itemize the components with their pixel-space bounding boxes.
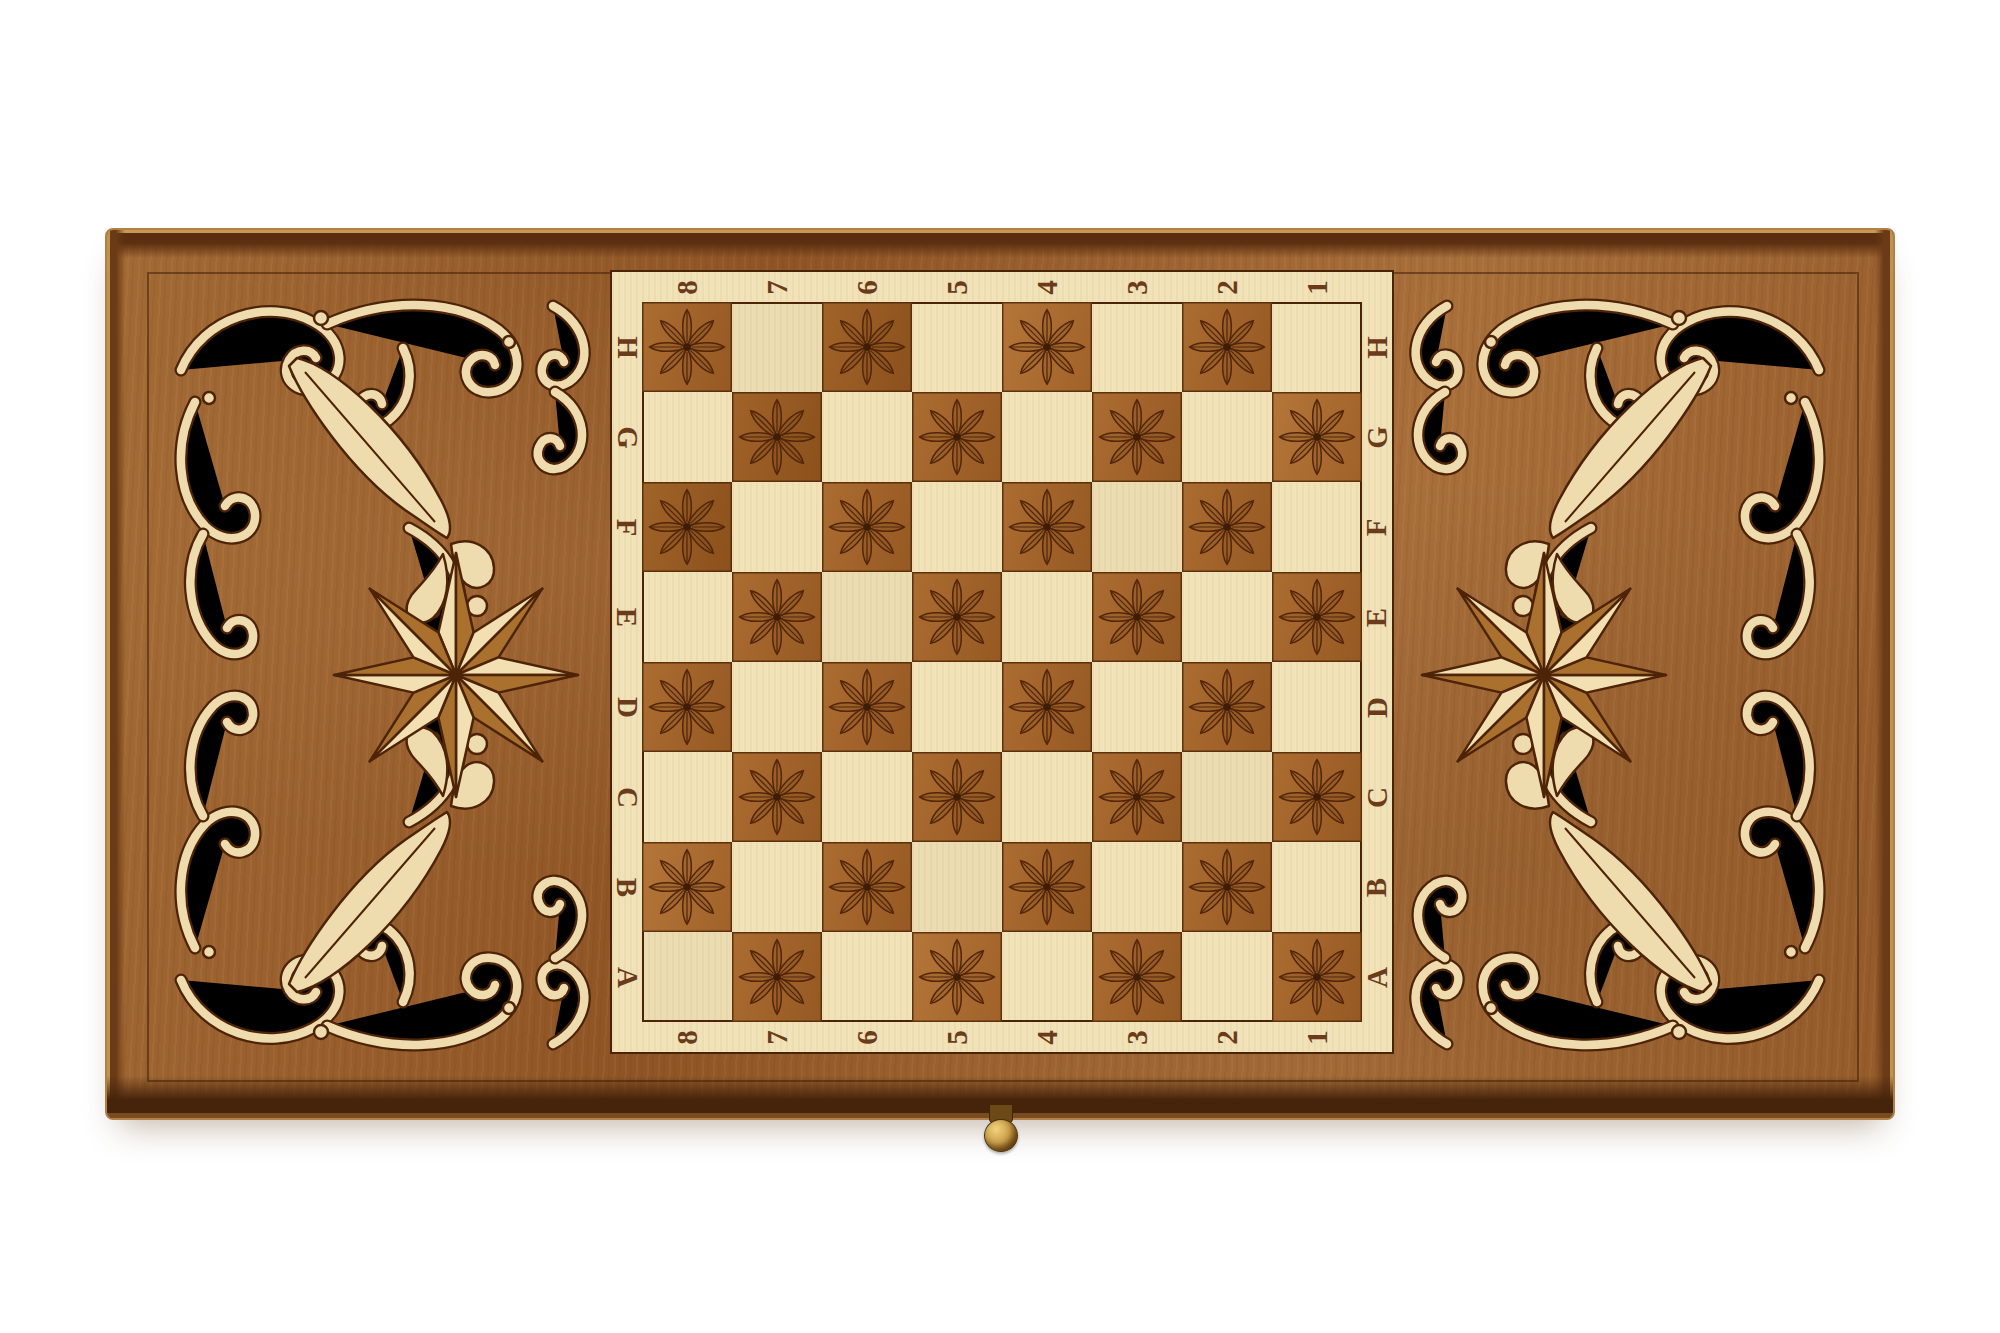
board-square[interactable] (1092, 842, 1182, 932)
board-square[interactable] (822, 572, 912, 662)
rosette-icon (1004, 844, 1090, 930)
coordinate-label: 5 (943, 1030, 972, 1045)
rosette-icon (1094, 394, 1180, 480)
rosette-icon (914, 394, 1000, 480)
board-square[interactable] (1002, 752, 1092, 842)
coordinate-label: 1 (1303, 280, 1332, 295)
board-square[interactable] (642, 392, 732, 482)
board-square[interactable] (1272, 842, 1362, 932)
rosette-icon (734, 574, 820, 660)
chess-board: 87654321 87654321 HGFEDCBA HGFEDCBA (610, 270, 1394, 1054)
board-square[interactable] (912, 662, 1002, 752)
board-square[interactable] (822, 662, 912, 752)
board-square[interactable] (732, 392, 822, 482)
coordinate-label: F (1363, 518, 1392, 536)
coordinate-label: H (613, 336, 642, 359)
board-square[interactable] (912, 752, 1002, 842)
rosette-icon (1274, 934, 1360, 1020)
board-square[interactable] (1272, 482, 1362, 572)
board-square[interactable] (1182, 302, 1272, 392)
rosette-icon (644, 844, 730, 930)
board-square[interactable] (642, 302, 732, 392)
left-letter-labels: HGFEDCBA (612, 302, 642, 1022)
coordinate-label: A (1362, 967, 1391, 988)
rosette-icon (1094, 574, 1180, 660)
board-square[interactable] (1092, 752, 1182, 842)
board-square[interactable] (1272, 392, 1362, 482)
board-square[interactable] (1092, 572, 1182, 662)
rosette-icon (1184, 664, 1270, 750)
board-square[interactable] (1272, 572, 1362, 662)
board-square[interactable] (732, 842, 822, 932)
board-square[interactable] (822, 482, 912, 572)
board-square[interactable] (1092, 392, 1182, 482)
board-square[interactable] (1092, 932, 1182, 1022)
top-number-labels: 87654321 (642, 272, 1362, 302)
board-square[interactable] (822, 392, 912, 482)
coordinate-label: C (1362, 787, 1391, 808)
scroll-ornament-and-compass-star-icon (1394, 272, 1849, 1078)
board-square[interactable] (1002, 572, 1092, 662)
board-field (642, 302, 1362, 1022)
board-square[interactable] (642, 482, 732, 572)
rosette-icon (1004, 484, 1090, 570)
bottom-number-labels: 87654321 (642, 1022, 1362, 1052)
rosette-icon (1004, 304, 1090, 390)
board-square[interactable] (1002, 662, 1092, 752)
board-square[interactable] (1182, 572, 1272, 662)
board-square[interactable] (912, 572, 1002, 662)
board-square[interactable] (1002, 482, 1092, 572)
coordinate-label: C (612, 787, 641, 808)
coordinate-label: F (613, 518, 642, 536)
board-square[interactable] (822, 752, 912, 842)
rosette-icon (1184, 484, 1270, 570)
rosette-icon (824, 664, 910, 750)
box-top-bevel (107, 230, 1893, 258)
coordinate-label: G (1363, 426, 1392, 449)
board-square[interactable] (1182, 482, 1272, 572)
scroll-ornament-and-compass-star-icon (151, 272, 606, 1078)
rosette-icon (644, 664, 730, 750)
board-square[interactable] (1272, 302, 1362, 392)
board-square[interactable] (822, 932, 912, 1022)
rosette-icon (914, 754, 1000, 840)
rosette-icon (1004, 664, 1090, 750)
coordinate-label: D (612, 697, 641, 718)
board-square[interactable] (732, 572, 822, 662)
board-square[interactable] (1182, 842, 1272, 932)
coordinate-label: 4 (1033, 1030, 1062, 1045)
board-square[interactable] (1002, 392, 1092, 482)
coordinate-label: 7 (763, 280, 792, 295)
rosette-icon (1184, 304, 1270, 390)
board-square[interactable] (732, 302, 822, 392)
coordinate-label: 3 (1123, 1030, 1152, 1045)
coordinate-label: E (613, 607, 642, 626)
product-photo: 87654321 87654321 HGFEDCBA HGFEDCBA (0, 0, 2000, 1333)
board-square[interactable] (912, 392, 1002, 482)
coordinate-label: D (1362, 697, 1391, 718)
board-square[interactable] (1092, 482, 1182, 572)
board-square[interactable] (642, 752, 732, 842)
rosette-icon (1274, 574, 1360, 660)
clasp-knob (984, 1119, 1018, 1152)
board-square[interactable] (1092, 302, 1182, 392)
rosette-icon (824, 844, 910, 930)
rosette-icon (734, 934, 820, 1020)
left-decor-panel (151, 272, 606, 1078)
coordinate-label: 6 (853, 280, 882, 295)
rosette-icon (1274, 754, 1360, 840)
rosette-icon (644, 304, 730, 390)
right-decor-panel (1394, 272, 1849, 1078)
coordinate-label: 7 (763, 1030, 792, 1045)
board-square[interactable] (732, 482, 822, 572)
coordinate-label: 8 (673, 1030, 702, 1045)
board-square[interactable] (732, 662, 822, 752)
board-square[interactable] (1272, 932, 1362, 1022)
coordinate-label: 4 (1033, 280, 1062, 295)
board-square[interactable] (912, 302, 1002, 392)
rosette-icon (914, 574, 1000, 660)
board-square[interactable] (1182, 752, 1272, 842)
board-square[interactable] (912, 842, 1002, 932)
board-square[interactable] (1092, 662, 1182, 752)
rosette-icon (734, 394, 820, 480)
coordinate-label: B (613, 877, 642, 896)
board-square[interactable] (1002, 932, 1092, 1022)
rosette-icon (644, 484, 730, 570)
clasp (982, 1104, 1018, 1154)
rosette-icon (1094, 754, 1180, 840)
board-square[interactable] (1182, 392, 1272, 482)
rosette-icon (734, 754, 820, 840)
coordinate-label: A (612, 967, 641, 988)
coordinate-label: 3 (1123, 280, 1152, 295)
board-square[interactable] (732, 752, 822, 842)
board-square[interactable] (1272, 662, 1362, 752)
board-square[interactable] (1002, 302, 1092, 392)
coordinate-label: G (613, 426, 642, 449)
box-right-bevel (1875, 230, 1893, 1118)
coordinate-label: 6 (853, 1030, 882, 1045)
board-square[interactable] (822, 302, 912, 392)
rosette-icon (1094, 934, 1180, 1020)
box-left-bevel (107, 230, 125, 1118)
board-square[interactable] (642, 572, 732, 662)
rosette-icon (914, 934, 1000, 1020)
board-square[interactable] (912, 482, 1002, 572)
board-square[interactable] (642, 662, 732, 752)
board-square[interactable] (642, 932, 732, 1022)
game-box: 87654321 87654321 HGFEDCBA HGFEDCBA (105, 228, 1895, 1120)
coordinate-label: E (1363, 607, 1392, 626)
coordinate-label: 2 (1213, 280, 1242, 295)
coordinate-label: H (1363, 336, 1392, 359)
rosette-icon (1274, 394, 1360, 480)
board-square[interactable] (642, 842, 732, 932)
rosette-icon (1184, 844, 1270, 930)
coordinate-label: 5 (943, 280, 972, 295)
coordinate-label: B (1363, 877, 1392, 896)
coordinate-label: 8 (673, 280, 702, 295)
board-square[interactable] (912, 932, 1002, 1022)
coordinate-label: 2 (1213, 1030, 1242, 1045)
board-square[interactable] (1272, 752, 1362, 842)
rosette-icon (824, 484, 910, 570)
board-square[interactable] (1182, 662, 1272, 752)
board-square[interactable] (1182, 932, 1272, 1022)
board-square[interactable] (732, 932, 822, 1022)
board-square[interactable] (822, 842, 912, 932)
coordinate-label: 1 (1303, 1030, 1332, 1045)
rosette-icon (824, 304, 910, 390)
board-square[interactable] (1002, 842, 1092, 932)
right-letter-labels: HGFEDCBA (1362, 302, 1392, 1022)
